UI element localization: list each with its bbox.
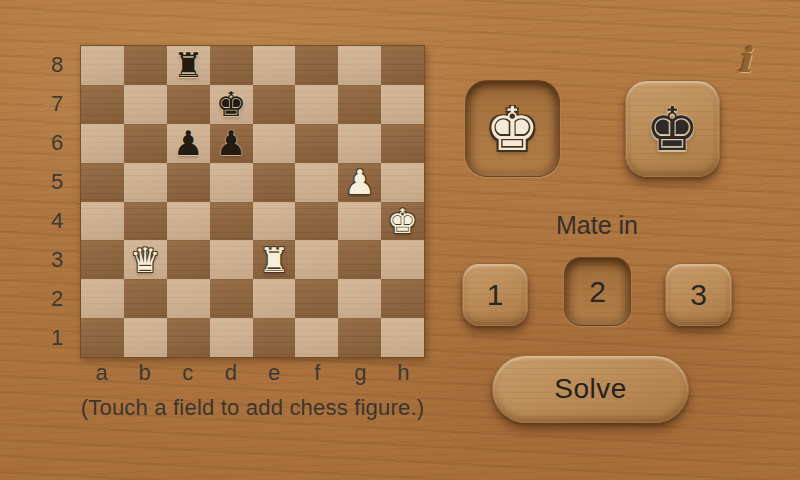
file-label-e: e <box>253 358 296 388</box>
square-f6[interactable] <box>295 124 338 163</box>
black-to-move-button[interactable]: ♚ <box>625 80 720 177</box>
square-g8[interactable] <box>338 46 381 85</box>
square-e6[interactable] <box>253 124 296 163</box>
square-b8[interactable] <box>124 46 167 85</box>
square-g7[interactable] <box>338 85 381 124</box>
file-label-b: b <box>123 358 166 388</box>
rank-label-8: 8 <box>42 45 72 84</box>
white-k-h4: ♚ <box>387 204 417 238</box>
white-q-b3: ♛ <box>130 243 160 277</box>
square-b2[interactable] <box>124 279 167 318</box>
mate-in-label: Mate in <box>497 211 697 240</box>
square-g1[interactable] <box>338 318 381 357</box>
square-a1[interactable] <box>81 318 124 357</box>
rank-label-5: 5 <box>42 162 72 201</box>
square-h4[interactable]: ♚ <box>381 202 424 241</box>
black-k-d7: ♚ <box>216 87 246 121</box>
square-c7[interactable] <box>167 85 210 124</box>
square-e1[interactable] <box>253 318 296 357</box>
square-d4[interactable] <box>210 202 253 241</box>
file-labels: abcdefgh <box>80 358 425 388</box>
square-b1[interactable] <box>124 318 167 357</box>
square-c3[interactable] <box>167 240 210 279</box>
square-d1[interactable] <box>210 318 253 357</box>
square-a7[interactable] <box>81 85 124 124</box>
square-b5[interactable] <box>124 163 167 202</box>
file-label-d: d <box>209 358 252 388</box>
square-b6[interactable] <box>124 124 167 163</box>
square-h7[interactable] <box>381 85 424 124</box>
rank-labels: 87654321 <box>42 45 72 358</box>
square-c6[interactable]: ♟ <box>167 124 210 163</box>
square-d5[interactable] <box>210 163 253 202</box>
rank-label-2: 2 <box>42 280 72 319</box>
info-icon[interactable]: i <box>726 38 762 82</box>
rank-label-3: 3 <box>42 241 72 280</box>
square-d3[interactable] <box>210 240 253 279</box>
square-h3[interactable] <box>381 240 424 279</box>
square-a6[interactable] <box>81 124 124 163</box>
file-label-h: h <box>382 358 425 388</box>
square-b4[interactable] <box>124 202 167 241</box>
square-e5[interactable] <box>253 163 296 202</box>
square-f4[interactable] <box>295 202 338 241</box>
square-c4[interactable] <box>167 202 210 241</box>
square-g5[interactable]: ♟ <box>338 163 381 202</box>
white-to-move-button[interactable]: ♚ <box>465 80 560 177</box>
square-c5[interactable] <box>167 163 210 202</box>
mate-in-2-button[interactable]: 2 <box>564 257 631 326</box>
square-e2[interactable] <box>253 279 296 318</box>
square-e7[interactable] <box>253 85 296 124</box>
white-r-e3: ♜ <box>259 243 289 277</box>
square-a3[interactable] <box>81 240 124 279</box>
square-h6[interactable] <box>381 124 424 163</box>
white-p-g5: ♟ <box>344 165 374 199</box>
file-label-g: g <box>339 358 382 388</box>
solve-button[interactable]: Solve <box>492 355 689 423</box>
square-c2[interactable] <box>167 279 210 318</box>
square-g3[interactable] <box>338 240 381 279</box>
square-f1[interactable] <box>295 318 338 357</box>
square-d2[interactable] <box>210 279 253 318</box>
square-d6[interactable]: ♟ <box>210 124 253 163</box>
square-g2[interactable] <box>338 279 381 318</box>
square-a2[interactable] <box>81 279 124 318</box>
black-p-d6: ♟ <box>216 126 246 160</box>
square-e3[interactable]: ♜ <box>253 240 296 279</box>
mate-in-1-button[interactable]: 1 <box>462 263 528 326</box>
file-label-f: f <box>296 358 339 388</box>
square-h2[interactable] <box>381 279 424 318</box>
square-f2[interactable] <box>295 279 338 318</box>
rank-label-7: 7 <box>42 84 72 123</box>
square-f7[interactable] <box>295 85 338 124</box>
square-a4[interactable] <box>81 202 124 241</box>
square-g6[interactable] <box>338 124 381 163</box>
rank-label-6: 6 <box>42 123 72 162</box>
square-h5[interactable] <box>381 163 424 202</box>
square-c1[interactable] <box>167 318 210 357</box>
square-d7[interactable]: ♚ <box>210 85 253 124</box>
square-e4[interactable] <box>253 202 296 241</box>
square-e8[interactable] <box>253 46 296 85</box>
square-a5[interactable] <box>81 163 124 202</box>
file-label-a: a <box>80 358 123 388</box>
square-b7[interactable] <box>124 85 167 124</box>
square-f8[interactable] <box>295 46 338 85</box>
square-a8[interactable] <box>81 46 124 85</box>
square-d8[interactable] <box>210 46 253 85</box>
square-h1[interactable] <box>381 318 424 357</box>
square-c8[interactable]: ♜ <box>167 46 210 85</box>
rank-label-4: 4 <box>42 202 72 241</box>
square-b3[interactable]: ♛ <box>124 240 167 279</box>
square-f5[interactable] <box>295 163 338 202</box>
white-king-icon: ♚ <box>486 99 540 159</box>
black-r-c8: ♜ <box>173 48 203 82</box>
board-caption: (Touch a field to add chess figure.) <box>55 395 450 421</box>
rank-label-1: 1 <box>42 319 72 358</box>
square-g4[interactable] <box>338 202 381 241</box>
square-h8[interactable] <box>381 46 424 85</box>
square-f3[interactable] <box>295 240 338 279</box>
black-king-icon: ♚ <box>646 99 700 159</box>
chess-board: ♜♚♟♟♟♚♛♜ <box>80 45 425 358</box>
black-p-c6: ♟ <box>173 126 203 160</box>
chess-mate-solver-app: { "game": "chess", "app": { "caption": "… <box>0 0 800 480</box>
file-label-c: c <box>166 358 209 388</box>
mate-in-3-button[interactable]: 3 <box>665 263 732 326</box>
